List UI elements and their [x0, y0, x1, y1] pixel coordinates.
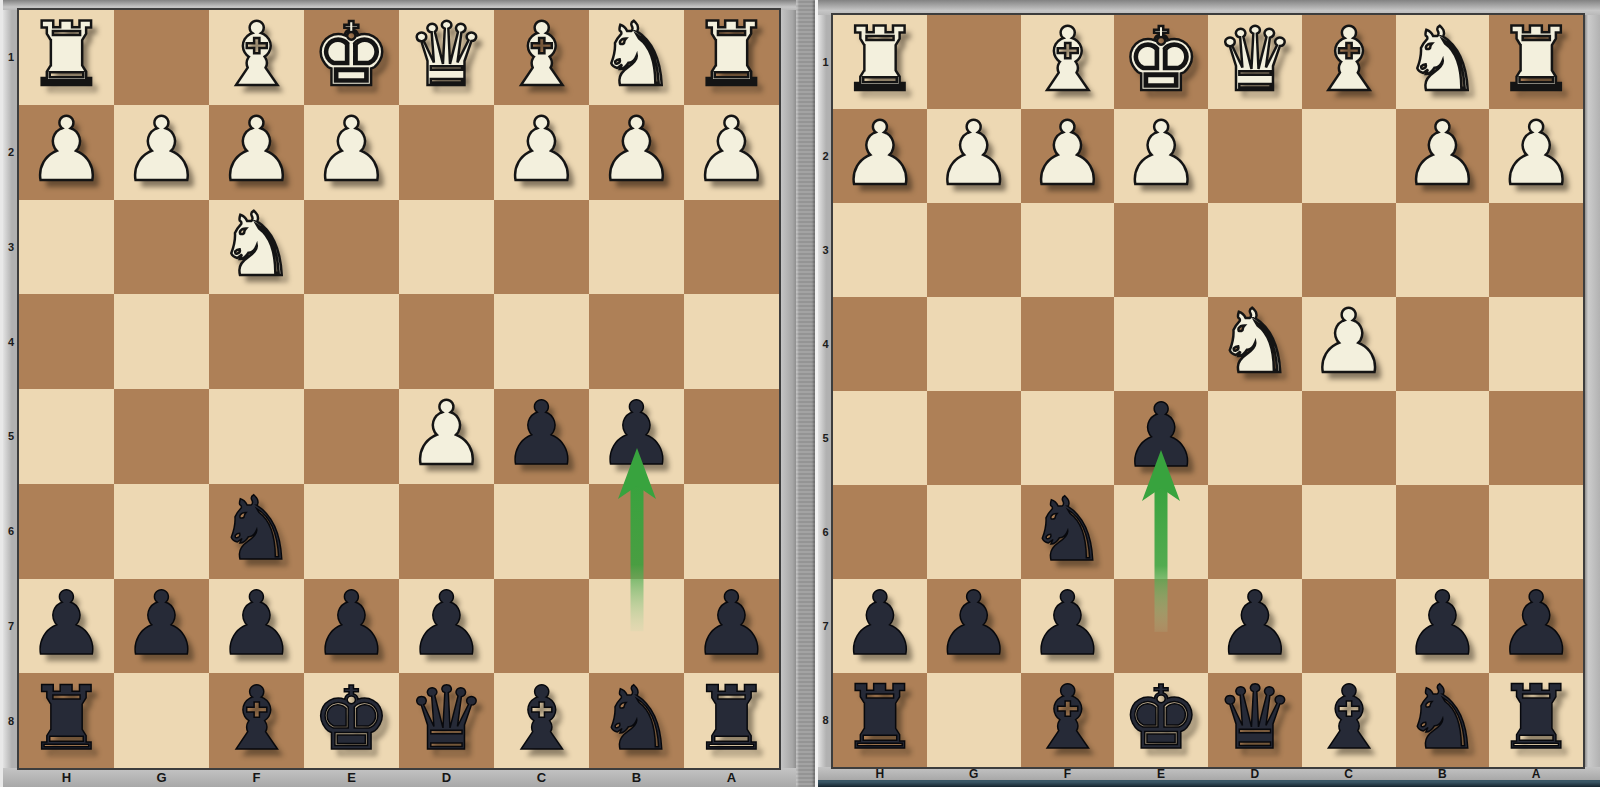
square-h8[interactable]: ♜ [833, 673, 927, 767]
white-queen[interactable]: ♛ [407, 11, 486, 99]
square-d6[interactable] [1208, 485, 1302, 579]
square-c1[interactable]: ♝ [1302, 15, 1396, 109]
square-e7[interactable] [1114, 579, 1208, 673]
white-king[interactable]: ♚ [312, 11, 391, 99]
square-b8[interactable]: ♞ [1396, 673, 1490, 767]
square-c2[interactable] [1302, 109, 1396, 203]
square-h4[interactable] [833, 297, 927, 391]
square-h8[interactable]: ♜ [19, 673, 114, 768]
square-g6[interactable] [114, 484, 209, 579]
black-knight[interactable]: ♞ [597, 675, 676, 763]
square-a8[interactable]: ♜ [684, 673, 779, 768]
square-f1[interactable]: ♝ [209, 10, 304, 105]
square-a1[interactable]: ♜ [684, 10, 779, 105]
rank-label-7: 7 [3, 579, 19, 674]
chess-board-window-right: 12345678 ♜♝♚♛♝♞♜♟♟♟♟♟♟♞♟♟♞♟♟♟♟♟♟♜♝♚♛♝♞♜ … [815, 0, 1600, 787]
chess-board-window-left: 12345678 ♜♝♚♛♝♞♜♟♟♟♟♟♟♟♞♟♟♟♞♟♟♟♟♟♟♜♝♚♛♝♞… [0, 0, 796, 787]
square-g3[interactable] [927, 203, 1021, 297]
white-pawn[interactable]: ♟ [1309, 298, 1388, 386]
square-d7[interactable]: ♟ [399, 579, 494, 674]
square-c2[interactable]: ♟ [494, 105, 589, 200]
file-label-d: D [399, 770, 494, 785]
white-pawn[interactable]: ♟ [692, 106, 771, 194]
square-d5[interactable] [1208, 391, 1302, 485]
black-king[interactable]: ♚ [1122, 674, 1201, 762]
square-g2[interactable]: ♟ [927, 109, 1021, 203]
square-h2[interactable]: ♟ [833, 109, 927, 203]
square-c1[interactable]: ♝ [494, 10, 589, 105]
file-label-f: F [209, 770, 304, 785]
square-e8[interactable]: ♚ [304, 673, 399, 768]
square-e5[interactable]: ♟ [1114, 391, 1208, 485]
rank-label-6: 6 [818, 485, 833, 579]
file-strip-spacer [818, 773, 833, 774]
black-rook[interactable]: ♜ [27, 675, 106, 763]
black-pawn[interactable]: ♟ [1403, 580, 1482, 668]
black-rook[interactable]: ♜ [840, 674, 919, 762]
square-h3[interactable] [19, 200, 114, 295]
square-a1[interactable]: ♜ [1489, 15, 1583, 109]
black-pawn[interactable]: ♟ [840, 580, 919, 668]
square-d3[interactable] [399, 200, 494, 295]
window-divider [796, 0, 815, 787]
square-c3[interactable] [494, 200, 589, 295]
square-g3[interactable] [114, 200, 209, 295]
rank-label-3: 3 [818, 203, 833, 297]
square-b3[interactable] [1396, 203, 1490, 297]
square-h5[interactable] [833, 391, 927, 485]
square-d5[interactable]: ♟ [399, 389, 494, 484]
file-label-strip: HGFEDCBA [3, 768, 796, 787]
white-pawn[interactable]: ♟ [27, 106, 106, 194]
black-rook[interactable]: ♜ [692, 675, 771, 763]
white-pawn[interactable]: ♟ [597, 106, 676, 194]
white-knight[interactable]: ♞ [597, 11, 676, 99]
black-knight[interactable]: ♞ [1403, 674, 1482, 762]
white-pawn[interactable]: ♟ [217, 106, 296, 194]
square-b1[interactable]: ♞ [1396, 15, 1490, 109]
square-b5[interactable]: ♟ [589, 389, 684, 484]
square-e5[interactable] [304, 389, 399, 484]
square-h1[interactable]: ♜ [19, 10, 114, 105]
square-c5[interactable] [1302, 391, 1396, 485]
white-knight[interactable]: ♞ [1215, 298, 1294, 386]
square-h6[interactable] [19, 484, 114, 579]
black-pawn[interactable]: ♟ [217, 580, 296, 668]
black-bishop[interactable]: ♝ [217, 675, 296, 763]
white-pawn[interactable]: ♟ [312, 106, 391, 194]
file-label-strip: HGFEDCBA [818, 767, 1600, 780]
rank-label-strip: 12345678 [818, 15, 833, 767]
rank-label-2: 2 [3, 105, 19, 200]
square-b7[interactable] [589, 579, 684, 674]
square-d6[interactable] [399, 484, 494, 579]
square-f3[interactable]: ♞ [209, 200, 304, 295]
square-c4[interactable]: ♟ [1302, 297, 1396, 391]
file-label-h: H [19, 770, 114, 785]
black-bishop[interactable]: ♝ [1028, 674, 1107, 762]
square-h6[interactable] [833, 485, 927, 579]
window-bottom-edge [818, 780, 1600, 787]
square-g7[interactable]: ♟ [114, 579, 209, 674]
white-pawn[interactable]: ♟ [1122, 110, 1201, 198]
square-c7[interactable] [494, 579, 589, 674]
square-a3[interactable] [1489, 203, 1583, 297]
square-b4[interactable] [1396, 297, 1490, 391]
board-frame-right [1583, 15, 1600, 767]
black-bishop[interactable]: ♝ [502, 675, 581, 763]
black-knight[interactable]: ♞ [217, 485, 296, 573]
square-g4[interactable] [927, 297, 1021, 391]
square-a3[interactable] [684, 200, 779, 295]
square-g6[interactable] [927, 485, 1021, 579]
file-label-a: A [684, 770, 779, 785]
square-c5[interactable]: ♟ [494, 389, 589, 484]
rank-label-4: 4 [3, 294, 19, 389]
rank-label-7: 7 [818, 579, 833, 673]
white-queen[interactable]: ♛ [1215, 16, 1294, 104]
rank-label-8: 8 [3, 673, 19, 768]
black-pawn[interactable]: ♟ [692, 580, 771, 668]
square-d2[interactable] [1208, 109, 1302, 203]
square-a6[interactable] [1489, 485, 1583, 579]
black-queen[interactable]: ♛ [1215, 674, 1294, 762]
rank-label-2: 2 [818, 109, 833, 203]
square-a4[interactable] [1489, 297, 1583, 391]
black-queen[interactable]: ♛ [407, 675, 486, 763]
square-b8[interactable]: ♞ [589, 673, 684, 768]
square-a5[interactable] [684, 389, 779, 484]
square-d8[interactable]: ♛ [399, 673, 494, 768]
white-pawn[interactable]: ♟ [1403, 110, 1482, 198]
square-d2[interactable] [399, 105, 494, 200]
white-rook[interactable]: ♜ [27, 11, 106, 99]
square-b7[interactable]: ♟ [1396, 579, 1490, 673]
square-f6[interactable]: ♞ [1021, 485, 1115, 579]
chess-board: ♜♝♚♛♝♞♜♟♟♟♟♟♟♞♟♟♞♟♟♟♟♟♟♜♝♚♛♝♞♜ [833, 15, 1583, 767]
square-a2[interactable]: ♟ [1489, 109, 1583, 203]
rank-label-6: 6 [3, 484, 19, 579]
white-bishop[interactable]: ♝ [1028, 16, 1107, 104]
file-label-g: G [114, 770, 209, 785]
square-b1[interactable]: ♞ [589, 10, 684, 105]
square-a7[interactable]: ♟ [1489, 579, 1583, 673]
square-c6[interactable] [1302, 485, 1396, 579]
square-e4[interactable] [1114, 297, 1208, 391]
white-rook[interactable]: ♜ [840, 16, 919, 104]
file-label-b: B [589, 770, 684, 785]
square-f3[interactable] [1021, 203, 1115, 297]
square-b4[interactable] [589, 294, 684, 389]
square-a2[interactable]: ♟ [684, 105, 779, 200]
square-e6[interactable] [1114, 485, 1208, 579]
board-frame-top [3, 0, 796, 10]
white-pawn[interactable]: ♟ [1028, 110, 1107, 198]
square-c8[interactable]: ♝ [494, 673, 589, 768]
board-grid-wrap: ♜♝♚♛♝♞♜♟♟♟♟♟♟♟♞♟♟♟♞♟♟♟♟♟♟♜♝♚♛♝♞♜ [19, 10, 779, 768]
square-a8[interactable]: ♜ [1489, 673, 1583, 767]
rank-label-3: 3 [3, 200, 19, 295]
square-h7[interactable]: ♟ [833, 579, 927, 673]
file-label-c: C [494, 770, 589, 785]
white-bishop[interactable]: ♝ [1309, 16, 1388, 104]
white-pawn[interactable]: ♟ [1497, 110, 1576, 198]
square-b2[interactable]: ♟ [589, 105, 684, 200]
square-e1[interactable]: ♚ [1114, 15, 1208, 109]
white-rook[interactable]: ♜ [1497, 16, 1576, 104]
black-pawn[interactable]: ♟ [1497, 580, 1576, 668]
square-g5[interactable] [927, 391, 1021, 485]
black-bishop[interactable]: ♝ [1309, 674, 1388, 762]
square-h1[interactable]: ♜ [833, 15, 927, 109]
square-d4[interactable]: ♞ [1208, 297, 1302, 391]
chess-board: ♜♝♚♛♝♞♜♟♟♟♟♟♟♟♞♟♟♟♞♟♟♟♟♟♟♜♝♚♛♝♞♜ [19, 10, 779, 768]
rank-label-5: 5 [818, 391, 833, 485]
white-bishop[interactable]: ♝ [217, 11, 296, 99]
square-f6[interactable]: ♞ [209, 484, 304, 579]
black-pawn[interactable]: ♟ [1215, 580, 1294, 668]
square-a6[interactable] [684, 484, 779, 579]
square-f8[interactable]: ♝ [1021, 673, 1115, 767]
square-g8[interactable] [114, 673, 209, 768]
square-b6[interactable] [1396, 485, 1490, 579]
square-c6[interactable] [494, 484, 589, 579]
black-rook[interactable]: ♜ [1497, 674, 1576, 762]
square-g8[interactable] [927, 673, 1021, 767]
black-king[interactable]: ♚ [312, 675, 391, 763]
white-pawn[interactable]: ♟ [934, 110, 1013, 198]
black-pawn[interactable]: ♟ [502, 390, 581, 478]
square-b3[interactable] [589, 200, 684, 295]
square-d7[interactable]: ♟ [1208, 579, 1302, 673]
square-f2[interactable]: ♟ [209, 105, 304, 200]
square-g2[interactable]: ♟ [114, 105, 209, 200]
square-f1[interactable]: ♝ [1021, 15, 1115, 109]
square-f5[interactable] [1021, 391, 1115, 485]
square-d3[interactable] [1208, 203, 1302, 297]
square-g1[interactable] [927, 15, 1021, 109]
rank-label-5: 5 [3, 389, 19, 484]
white-pawn[interactable]: ♟ [407, 390, 486, 478]
square-h7[interactable]: ♟ [19, 579, 114, 674]
black-pawn[interactable]: ♟ [122, 580, 201, 668]
square-e3[interactable] [304, 200, 399, 295]
square-f7[interactable]: ♟ [1021, 579, 1115, 673]
rank-label-8: 8 [818, 673, 833, 767]
square-f5[interactable] [209, 389, 304, 484]
square-e8[interactable]: ♚ [1114, 673, 1208, 767]
file-label-g: G [927, 767, 1021, 781]
white-bishop[interactable]: ♝ [502, 11, 581, 99]
square-f4[interactable] [1021, 297, 1115, 391]
file-label-e: E [304, 770, 399, 785]
square-a7[interactable]: ♟ [684, 579, 779, 674]
black-pawn[interactable]: ♟ [407, 580, 486, 668]
rank-label-strip: 12345678 [3, 10, 19, 768]
square-e1[interactable]: ♚ [304, 10, 399, 105]
black-knight[interactable]: ♞ [1028, 486, 1107, 574]
rank-label-1: 1 [818, 15, 833, 109]
white-rook[interactable]: ♜ [692, 11, 771, 99]
square-f8[interactable]: ♝ [209, 673, 304, 768]
square-h2[interactable]: ♟ [19, 105, 114, 200]
board-frame-top [818, 0, 1600, 15]
black-pawn[interactable]: ♟ [27, 580, 106, 668]
square-f4[interactable] [209, 294, 304, 389]
square-e2[interactable]: ♟ [1114, 109, 1208, 203]
square-f2[interactable]: ♟ [1021, 109, 1115, 203]
square-e4[interactable] [304, 294, 399, 389]
square-e2[interactable]: ♟ [304, 105, 399, 200]
black-pawn[interactable]: ♟ [934, 580, 1013, 668]
black-pawn[interactable]: ♟ [312, 580, 391, 668]
square-h4[interactable] [19, 294, 114, 389]
square-c3[interactable] [1302, 203, 1396, 297]
square-a5[interactable] [1489, 391, 1583, 485]
rank-label-4: 4 [818, 297, 833, 391]
white-knight[interactable]: ♞ [1403, 16, 1482, 104]
square-f7[interactable]: ♟ [209, 579, 304, 674]
black-pawn[interactable]: ♟ [1122, 392, 1201, 480]
white-pawn[interactable]: ♟ [840, 110, 919, 198]
file-strip-spacer [3, 777, 19, 778]
dual-chess-board-layout: 12345678 ♜♝♚♛♝♞♜♟♟♟♟♟♟♟♞♟♟♟♞♟♟♟♟♟♟♜♝♚♛♝♞… [0, 0, 1600, 787]
white-pawn[interactable]: ♟ [122, 106, 201, 194]
square-d1[interactable]: ♛ [399, 10, 494, 105]
square-h3[interactable] [833, 203, 927, 297]
square-d1[interactable]: ♛ [1208, 15, 1302, 109]
square-e3[interactable] [1114, 203, 1208, 297]
square-c7[interactable] [1302, 579, 1396, 673]
square-a4[interactable] [684, 294, 779, 389]
square-c4[interactable] [494, 294, 589, 389]
white-king[interactable]: ♚ [1122, 16, 1201, 104]
square-h5[interactable] [19, 389, 114, 484]
square-g4[interactable] [114, 294, 209, 389]
square-b2[interactable]: ♟ [1396, 109, 1490, 203]
square-e7[interactable]: ♟ [304, 579, 399, 674]
square-d4[interactable] [399, 294, 494, 389]
black-pawn[interactable]: ♟ [597, 390, 676, 478]
square-b5[interactable] [1396, 391, 1490, 485]
board-grid-wrap: ♜♝♚♛♝♞♜♟♟♟♟♟♟♞♟♟♞♟♟♟♟♟♟♜♝♚♛♝♞♜ [833, 15, 1583, 767]
square-g5[interactable] [114, 389, 209, 484]
white-knight[interactable]: ♞ [217, 201, 296, 289]
white-pawn[interactable]: ♟ [502, 106, 581, 194]
rank-label-1: 1 [3, 10, 19, 105]
square-d8[interactable]: ♛ [1208, 673, 1302, 767]
square-c8[interactable]: ♝ [1302, 673, 1396, 767]
black-pawn[interactable]: ♟ [1028, 580, 1107, 668]
square-g7[interactable]: ♟ [927, 579, 1021, 673]
board-frame-right [779, 10, 796, 768]
square-g1[interactable] [114, 10, 209, 105]
square-e6[interactable] [304, 484, 399, 579]
square-b6[interactable] [589, 484, 684, 579]
